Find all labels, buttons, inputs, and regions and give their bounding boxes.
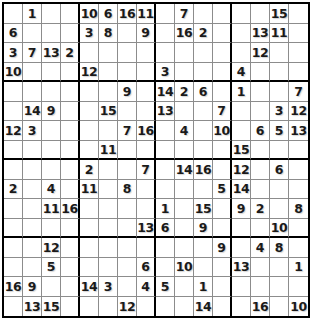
cell-r7c5-empty[interactable] <box>80 121 99 141</box>
cell-r5c6-empty[interactable] <box>99 82 118 102</box>
cell-r6c4-empty[interactable] <box>61 102 80 122</box>
cell-r4c1-given[interactable]: 10 <box>4 63 23 83</box>
cell-r7c10-given[interactable]: 4 <box>175 121 194 141</box>
cell-r7c11-empty[interactable] <box>194 121 213 141</box>
cell-r15c4-empty[interactable] <box>61 277 80 297</box>
cell-r2c1-given[interactable]: 6 <box>4 24 23 44</box>
cell-r9c1-empty[interactable] <box>4 160 23 180</box>
cell-r11c4-given[interactable]: 16 <box>61 199 80 219</box>
cell-r8c5-empty[interactable] <box>80 141 99 161</box>
cell-r13c8-empty[interactable] <box>137 238 156 258</box>
cell-r2c12-empty[interactable] <box>213 24 232 44</box>
cell-r15c15-empty[interactable] <box>270 277 289 297</box>
cell-r11c1-empty[interactable] <box>4 199 23 219</box>
cell-r8c13-given[interactable]: 15 <box>232 141 251 161</box>
cell-r8c15-empty[interactable] <box>270 141 289 161</box>
cell-r8c7-empty[interactable] <box>118 141 137 161</box>
cell-r4c2-empty[interactable] <box>23 63 42 83</box>
cell-r16c16-given[interactable]: 10 <box>289 297 308 317</box>
cell-r3c2-given[interactable]: 7 <box>23 43 42 63</box>
cell-r14c6-empty[interactable] <box>99 258 118 278</box>
cell-r6c2-given[interactable]: 14 <box>23 102 42 122</box>
cell-r12c2-empty[interactable] <box>23 219 42 239</box>
cell-r4c10-empty[interactable] <box>175 63 194 83</box>
cell-r16c14-given[interactable]: 16 <box>251 297 270 317</box>
cell-r10c5-given[interactable]: 11 <box>80 180 99 200</box>
cell-r11c12-empty[interactable] <box>213 199 232 219</box>
cell-r13c15-given[interactable]: 8 <box>270 238 289 258</box>
cell-r1c4-empty[interactable] <box>61 4 80 24</box>
cell-r12c11-given[interactable]: 9 <box>194 219 213 239</box>
cell-r14c4-empty[interactable] <box>61 258 80 278</box>
cell-r10c9-empty[interactable] <box>156 180 175 200</box>
cell-r2c8-given[interactable]: 9 <box>137 24 156 44</box>
cell-r10c8-empty[interactable] <box>137 180 156 200</box>
cell-r2c7-empty[interactable] <box>118 24 137 44</box>
cell-r7c1-given[interactable]: 12 <box>4 121 23 141</box>
cell-r3c6-empty[interactable] <box>99 43 118 63</box>
cell-r9c16-empty[interactable] <box>289 160 308 180</box>
cell-r6c6-given[interactable]: 15 <box>99 102 118 122</box>
cell-r8c4-empty[interactable] <box>61 141 80 161</box>
cell-r13c3-given[interactable]: 12 <box>42 238 61 258</box>
cell-r6c11-empty[interactable] <box>194 102 213 122</box>
cell-r1c9-empty[interactable] <box>156 4 175 24</box>
cell-r15c6-given[interactable]: 3 <box>99 277 118 297</box>
cell-r1c8-given[interactable]: 11 <box>137 4 156 24</box>
cell-r16c12-empty[interactable] <box>213 297 232 317</box>
cell-r10c15-empty[interactable] <box>270 180 289 200</box>
cell-r14c12-empty[interactable] <box>213 258 232 278</box>
cell-r15c16-empty[interactable] <box>289 277 308 297</box>
cell-r9c9-empty[interactable] <box>156 160 175 180</box>
cell-r10c16-empty[interactable] <box>289 180 308 200</box>
cell-r5c1-empty[interactable] <box>4 82 23 102</box>
cell-r11c5-empty[interactable] <box>80 199 99 219</box>
cell-r1c1-empty[interactable] <box>4 4 23 24</box>
cell-r7c16-given[interactable]: 13 <box>289 121 308 141</box>
cell-r10c7-given[interactable]: 8 <box>118 180 137 200</box>
cell-r3c15-empty[interactable] <box>270 43 289 63</box>
cell-r9c2-empty[interactable] <box>23 160 42 180</box>
cell-r11c6-empty[interactable] <box>99 199 118 219</box>
cell-r6c16-given[interactable]: 12 <box>289 102 308 122</box>
cell-r10c12-given[interactable]: 5 <box>213 180 232 200</box>
cell-r8c2-empty[interactable] <box>23 141 42 161</box>
cell-r1c6-given[interactable]: 6 <box>99 4 118 24</box>
cell-r15c5-given[interactable]: 14 <box>80 277 99 297</box>
cell-r11c2-empty[interactable] <box>23 199 42 219</box>
cell-r13c16-empty[interactable] <box>289 238 308 258</box>
cell-r8c1-empty[interactable] <box>4 141 23 161</box>
cell-r14c9-empty[interactable] <box>156 258 175 278</box>
cell-r3c4-given[interactable]: 2 <box>61 43 80 63</box>
cell-r16c15-empty[interactable] <box>270 297 289 317</box>
cell-r5c15-empty[interactable] <box>270 82 289 102</box>
cell-r5c11-given[interactable]: 6 <box>194 82 213 102</box>
cell-r5c2-empty[interactable] <box>23 82 42 102</box>
cell-r7c14-given[interactable]: 6 <box>251 121 270 141</box>
cell-r5c8-empty[interactable] <box>137 82 156 102</box>
cell-r5c14-empty[interactable] <box>251 82 270 102</box>
cell-r11c8-empty[interactable] <box>137 199 156 219</box>
cell-r6c15-given[interactable]: 3 <box>270 102 289 122</box>
cell-r16c10-empty[interactable] <box>175 297 194 317</box>
cell-r13c5-empty[interactable] <box>80 238 99 258</box>
cell-r8c14-empty[interactable] <box>251 141 270 161</box>
cell-r2c2-empty[interactable] <box>23 24 42 44</box>
cell-r16c11-given[interactable]: 14 <box>194 297 213 317</box>
cell-r5c5-empty[interactable] <box>80 82 99 102</box>
cell-r9c6-empty[interactable] <box>99 160 118 180</box>
cell-r13c2-empty[interactable] <box>23 238 42 258</box>
cell-r9c8-given[interactable]: 7 <box>137 160 156 180</box>
sudoku-board: 1106161171563891621311371321210123491426… <box>2 2 310 318</box>
cell-r12c12-empty[interactable] <box>213 219 232 239</box>
cell-r1c3-empty[interactable] <box>42 4 61 24</box>
cell-r6c12-given[interactable]: 7 <box>213 102 232 122</box>
cell-r15c12-empty[interactable] <box>213 277 232 297</box>
cell-r5c13-given[interactable]: 1 <box>232 82 251 102</box>
cell-r14c16-given[interactable]: 1 <box>289 258 308 278</box>
cell-r9c13-given[interactable]: 12 <box>232 160 251 180</box>
cell-r4c3-empty[interactable] <box>42 63 61 83</box>
cell-r4c8-empty[interactable] <box>137 63 156 83</box>
cell-r8c16-empty[interactable] <box>289 141 308 161</box>
cell-r16c5-empty[interactable] <box>80 297 99 317</box>
cell-r16c2-given[interactable]: 13 <box>23 297 42 317</box>
cell-r10c2-empty[interactable] <box>23 180 42 200</box>
cell-r7c13-empty[interactable] <box>232 121 251 141</box>
cell-r13c13-empty[interactable] <box>232 238 251 258</box>
cell-r8c11-empty[interactable] <box>194 141 213 161</box>
cell-r14c5-empty[interactable] <box>80 258 99 278</box>
cell-r15c2-given[interactable]: 9 <box>23 277 42 297</box>
cell-r10c11-empty[interactable] <box>194 180 213 200</box>
cell-r9c15-given[interactable]: 6 <box>270 160 289 180</box>
cell-r8c10-empty[interactable] <box>175 141 194 161</box>
cell-r13c6-empty[interactable] <box>99 238 118 258</box>
cell-r15c3-empty[interactable] <box>42 277 61 297</box>
cell-r6c5-empty[interactable] <box>80 102 99 122</box>
cell-r10c10-empty[interactable] <box>175 180 194 200</box>
cell-r12c4-empty[interactable] <box>61 219 80 239</box>
cell-r16c7-given[interactable]: 12 <box>118 297 137 317</box>
cell-r4c9-given[interactable]: 3 <box>156 63 175 83</box>
cell-r16c8-empty[interactable] <box>137 297 156 317</box>
cell-r11c13-given[interactable]: 9 <box>232 199 251 219</box>
cell-r15c10-empty[interactable] <box>175 277 194 297</box>
cell-r10c3-given[interactable]: 4 <box>42 180 61 200</box>
cell-r4c4-empty[interactable] <box>61 63 80 83</box>
cell-r4c16-empty[interactable] <box>289 63 308 83</box>
cell-r15c1-given[interactable]: 16 <box>4 277 23 297</box>
cell-r5c9-given[interactable]: 14 <box>156 82 175 102</box>
cell-r14c11-empty[interactable] <box>194 258 213 278</box>
cell-r14c1-empty[interactable] <box>4 258 23 278</box>
cell-r7c2-given[interactable]: 3 <box>23 121 42 141</box>
cell-r15c8-given[interactable]: 4 <box>137 277 156 297</box>
cell-r8c8-empty[interactable] <box>137 141 156 161</box>
cell-r9c11-given[interactable]: 16 <box>194 160 213 180</box>
cell-r11c16-given[interactable]: 8 <box>289 199 308 219</box>
cell-r1c7-given[interactable]: 16 <box>118 4 137 24</box>
cell-r11c14-given[interactable]: 2 <box>251 199 270 219</box>
cell-r12c7-empty[interactable] <box>118 219 137 239</box>
cell-r15c9-given[interactable]: 5 <box>156 277 175 297</box>
cell-r9c7-empty[interactable] <box>118 160 137 180</box>
cell-r15c7-empty[interactable] <box>118 277 137 297</box>
cell-r7c15-given[interactable]: 5 <box>270 121 289 141</box>
cell-r14c10-given[interactable]: 10 <box>175 258 194 278</box>
cell-r4c7-empty[interactable] <box>118 63 137 83</box>
cell-r13c1-empty[interactable] <box>4 238 23 258</box>
cell-r13c14-given[interactable]: 4 <box>251 238 270 258</box>
cell-r3c11-empty[interactable] <box>194 43 213 63</box>
cell-r5c7-given[interactable]: 9 <box>118 82 137 102</box>
cell-r2c4-empty[interactable] <box>61 24 80 44</box>
puzzle-page: 1106161171563891621311371321210123491426… <box>0 0 312 320</box>
cell-r13c11-empty[interactable] <box>194 238 213 258</box>
cell-r12c9-given[interactable]: 6 <box>156 219 175 239</box>
cell-r6c13-empty[interactable] <box>232 102 251 122</box>
cell-r1c11-empty[interactable] <box>194 4 213 24</box>
cell-r6c14-empty[interactable] <box>251 102 270 122</box>
cell-r12c6-empty[interactable] <box>99 219 118 239</box>
cell-r7c8-given[interactable]: 16 <box>137 121 156 141</box>
cell-r11c10-empty[interactable] <box>175 199 194 219</box>
cell-r9c14-empty[interactable] <box>251 160 270 180</box>
cell-r12c13-empty[interactable] <box>232 219 251 239</box>
cell-r8c6-given[interactable]: 11 <box>99 141 118 161</box>
cell-r12c14-empty[interactable] <box>251 219 270 239</box>
cell-r3c5-empty[interactable] <box>80 43 99 63</box>
cell-r14c7-empty[interactable] <box>118 258 137 278</box>
cell-r5c3-empty[interactable] <box>42 82 61 102</box>
cell-r6c1-empty[interactable] <box>4 102 23 122</box>
cell-r3c10-empty[interactable] <box>175 43 194 63</box>
cell-r12c1-empty[interactable] <box>4 219 23 239</box>
cell-r1c14-empty[interactable] <box>251 4 270 24</box>
cell-r1c15-given[interactable]: 15 <box>270 4 289 24</box>
cell-r4c15-empty[interactable] <box>270 63 289 83</box>
cell-r1c13-empty[interactable] <box>232 4 251 24</box>
cell-r7c3-empty[interactable] <box>42 121 61 141</box>
cell-r6c7-empty[interactable] <box>118 102 137 122</box>
cell-r1c5-given[interactable]: 10 <box>80 4 99 24</box>
cell-r4c6-empty[interactable] <box>99 63 118 83</box>
cell-r9c12-empty[interactable] <box>213 160 232 180</box>
cell-r14c14-empty[interactable] <box>251 258 270 278</box>
cell-r6c8-empty[interactable] <box>137 102 156 122</box>
cell-r2c10-given[interactable]: 16 <box>175 24 194 44</box>
cell-r5c10-given[interactable]: 2 <box>175 82 194 102</box>
cell-r16c4-empty[interactable] <box>61 297 80 317</box>
cell-r6c9-given[interactable]: 13 <box>156 102 175 122</box>
cell-r14c2-empty[interactable] <box>23 258 42 278</box>
cell-r12c15-given[interactable]: 10 <box>270 219 289 239</box>
cell-r13c4-empty[interactable] <box>61 238 80 258</box>
cell-r1c2-given[interactable]: 1 <box>23 4 42 24</box>
cell-r6c10-empty[interactable] <box>175 102 194 122</box>
cell-r9c5-given[interactable]: 2 <box>80 160 99 180</box>
cell-r4c13-given[interactable]: 4 <box>232 63 251 83</box>
cell-r7c7-given[interactable]: 7 <box>118 121 137 141</box>
cell-r7c9-empty[interactable] <box>156 121 175 141</box>
cell-r2c15-given[interactable]: 11 <box>270 24 289 44</box>
cell-r15c14-empty[interactable] <box>251 277 270 297</box>
cell-r15c11-given[interactable]: 1 <box>194 277 213 297</box>
cell-r5c4-empty[interactable] <box>61 82 80 102</box>
cell-r10c13-given[interactable]: 14 <box>232 180 251 200</box>
cell-r2c9-empty[interactable] <box>156 24 175 44</box>
cell-r3c12-empty[interactable] <box>213 43 232 63</box>
cell-r3c1-given[interactable]: 3 <box>4 43 23 63</box>
cell-r10c14-empty[interactable] <box>251 180 270 200</box>
cell-r10c4-empty[interactable] <box>61 180 80 200</box>
cell-r4c12-empty[interactable] <box>213 63 232 83</box>
cell-r16c9-empty[interactable] <box>156 297 175 317</box>
cell-r9c10-given[interactable]: 14 <box>175 160 194 180</box>
cell-r1c12-empty[interactable] <box>213 4 232 24</box>
cell-r2c14-given[interactable]: 13 <box>251 24 270 44</box>
cell-r3c8-empty[interactable] <box>137 43 156 63</box>
cell-r12c5-empty[interactable] <box>80 219 99 239</box>
cell-r10c1-given[interactable]: 2 <box>4 180 23 200</box>
cell-r10c6-empty[interactable] <box>99 180 118 200</box>
cell-r7c6-empty[interactable] <box>99 121 118 141</box>
cell-r3c14-given[interactable]: 12 <box>251 43 270 63</box>
cell-r16c13-empty[interactable] <box>232 297 251 317</box>
cell-r13c7-empty[interactable] <box>118 238 137 258</box>
cell-r5c16-given[interactable]: 7 <box>289 82 308 102</box>
cell-r14c8-given[interactable]: 6 <box>137 258 156 278</box>
cell-r13c12-given[interactable]: 9 <box>213 238 232 258</box>
cell-r6c3-given[interactable]: 9 <box>42 102 61 122</box>
cell-r15c13-empty[interactable] <box>232 277 251 297</box>
cell-r16c6-empty[interactable] <box>99 297 118 317</box>
cell-r11c15-empty[interactable] <box>270 199 289 219</box>
cell-r1c16-empty[interactable] <box>289 4 308 24</box>
cell-r11c7-empty[interactable] <box>118 199 137 219</box>
cell-r4c11-empty[interactable] <box>194 63 213 83</box>
cell-r1c10-given[interactable]: 7 <box>175 4 194 24</box>
cell-r16c3-given[interactable]: 15 <box>42 297 61 317</box>
cell-r2c3-empty[interactable] <box>42 24 61 44</box>
cell-r2c5-given[interactable]: 3 <box>80 24 99 44</box>
cell-r5c12-empty[interactable] <box>213 82 232 102</box>
cell-r9c3-empty[interactable] <box>42 160 61 180</box>
cell-r12c3-empty[interactable] <box>42 219 61 239</box>
cell-r11c9-given[interactable]: 1 <box>156 199 175 219</box>
cell-r3c16-empty[interactable] <box>289 43 308 63</box>
cell-r14c15-empty[interactable] <box>270 258 289 278</box>
cell-r2c13-empty[interactable] <box>232 24 251 44</box>
cell-r8c9-empty[interactable] <box>156 141 175 161</box>
cell-r2c11-given[interactable]: 2 <box>194 24 213 44</box>
cell-r14c13-given[interactable]: 13 <box>232 258 251 278</box>
cell-r13c9-empty[interactable] <box>156 238 175 258</box>
cell-r2c6-given[interactable]: 8 <box>99 24 118 44</box>
cell-r14c3-given[interactable]: 5 <box>42 258 61 278</box>
cell-r2c16-empty[interactable] <box>289 24 308 44</box>
cell-r11c3-given[interactable]: 11 <box>42 199 61 219</box>
cell-r7c4-empty[interactable] <box>61 121 80 141</box>
cell-r3c7-empty[interactable] <box>118 43 137 63</box>
cell-r7c12-given[interactable]: 10 <box>213 121 232 141</box>
cell-r4c14-empty[interactable] <box>251 63 270 83</box>
cell-r11c11-given[interactable]: 15 <box>194 199 213 219</box>
cell-r3c13-empty[interactable] <box>232 43 251 63</box>
cell-r16c1-empty[interactable] <box>4 297 23 317</box>
cell-r12c16-empty[interactable] <box>289 219 308 239</box>
cell-r12c8-given[interactable]: 13 <box>137 219 156 239</box>
cell-r13c10-empty[interactable] <box>175 238 194 258</box>
cell-r8c12-empty[interactable] <box>213 141 232 161</box>
cell-r9c4-empty[interactable] <box>61 160 80 180</box>
cell-r3c3-given[interactable]: 13 <box>42 43 61 63</box>
cell-r4c5-given[interactable]: 12 <box>80 63 99 83</box>
cell-r3c9-empty[interactable] <box>156 43 175 63</box>
cell-r8c3-empty[interactable] <box>42 141 61 161</box>
cell-r12c10-empty[interactable] <box>175 219 194 239</box>
